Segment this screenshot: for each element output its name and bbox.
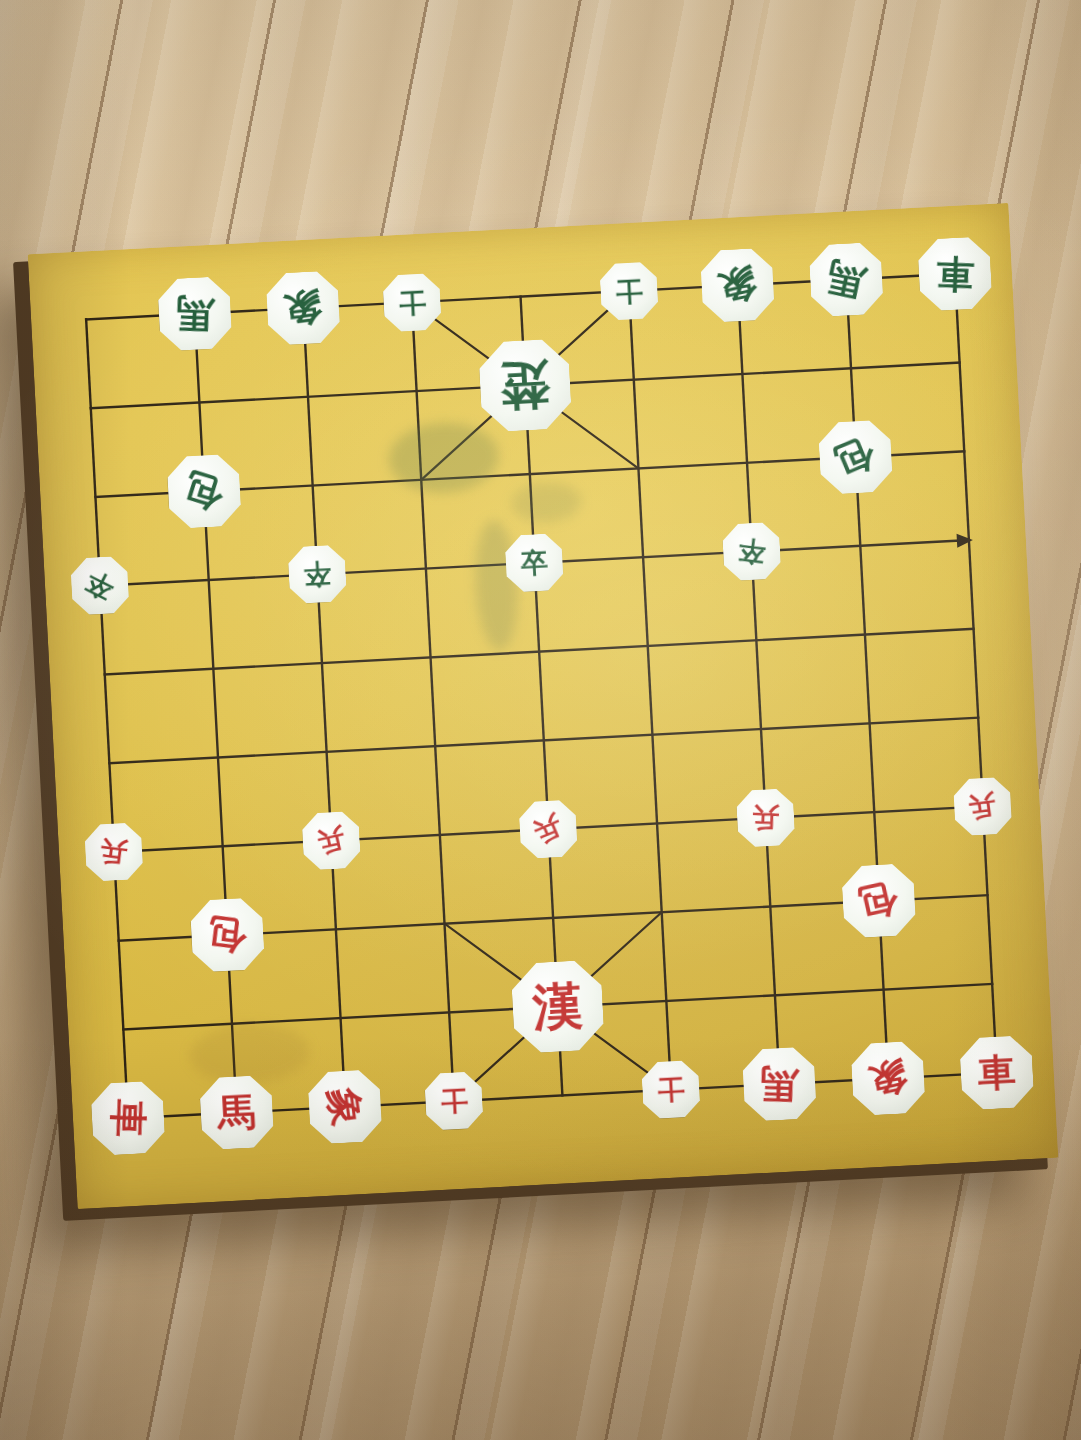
lighting-vignette: [0, 0, 1081, 1440]
